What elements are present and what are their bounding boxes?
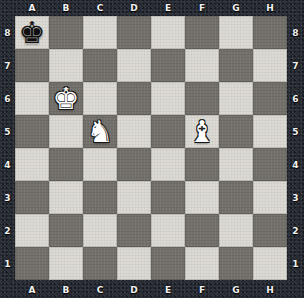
square-b2[interactable]: [49, 214, 83, 247]
square-h4[interactable]: [253, 148, 287, 181]
rank-labels-left: 87654321: [0, 16, 15, 280]
square-a4[interactable]: [15, 148, 49, 181]
square-h3[interactable]: [253, 181, 287, 214]
file-label: E: [151, 281, 185, 298]
rank-label: 1: [0, 247, 15, 280]
square-d5[interactable]: [117, 115, 151, 148]
rank-label: 3: [287, 181, 304, 214]
rank-label: 6: [287, 82, 304, 115]
square-e4[interactable]: [151, 148, 185, 181]
square-c8[interactable]: [83, 16, 117, 49]
square-d8[interactable]: [117, 16, 151, 49]
file-label: E: [151, 0, 185, 16]
file-label: B: [49, 0, 83, 16]
rank-label: 5: [0, 115, 15, 148]
square-a2[interactable]: [15, 214, 49, 247]
square-a3[interactable]: [15, 181, 49, 214]
square-c6[interactable]: [83, 82, 117, 115]
square-b4[interactable]: [49, 148, 83, 181]
square-e8[interactable]: [151, 16, 185, 49]
square-a5[interactable]: [15, 115, 49, 148]
file-label: G: [219, 281, 253, 298]
file-label: B: [49, 281, 83, 298]
square-b5[interactable]: [49, 115, 83, 148]
square-d6[interactable]: [117, 82, 151, 115]
file-label: F: [185, 281, 219, 298]
square-f4[interactable]: [185, 148, 219, 181]
square-f6[interactable]: [185, 82, 219, 115]
square-h7[interactable]: [253, 49, 287, 82]
square-a8[interactable]: ♚: [15, 16, 49, 49]
square-c3[interactable]: [83, 181, 117, 214]
square-a7[interactable]: [15, 49, 49, 82]
rank-label: 2: [0, 214, 15, 247]
rank-label: 1: [287, 247, 304, 280]
square-g7[interactable]: [219, 49, 253, 82]
square-c1[interactable]: [83, 247, 117, 280]
square-b6[interactable]: ♚: [49, 82, 83, 115]
square-f8[interactable]: [185, 16, 219, 49]
file-label: H: [253, 281, 287, 298]
square-e5[interactable]: [151, 115, 185, 148]
square-g1[interactable]: [219, 247, 253, 280]
chess-board: ♚♚♞♝: [15, 16, 287, 280]
square-g5[interactable]: [219, 115, 253, 148]
square-g4[interactable]: [219, 148, 253, 181]
file-label: A: [15, 281, 49, 298]
square-c7[interactable]: [83, 49, 117, 82]
square-e7[interactable]: [151, 49, 185, 82]
square-e3[interactable]: [151, 181, 185, 214]
white-knight[interactable]: ♞: [87, 115, 114, 148]
square-c5[interactable]: ♞: [83, 115, 117, 148]
square-b3[interactable]: [49, 181, 83, 214]
square-e2[interactable]: [151, 214, 185, 247]
square-g3[interactable]: [219, 181, 253, 214]
file-label: F: [185, 0, 219, 16]
square-c2[interactable]: [83, 214, 117, 247]
square-h5[interactable]: [253, 115, 287, 148]
chessboard-frame: ABCDEFGH ABCDEFGH 87654321 87654321 ♚♚♞♝: [0, 0, 304, 298]
square-g8[interactable]: [219, 16, 253, 49]
square-f2[interactable]: [185, 214, 219, 247]
rank-labels-right: 87654321: [287, 16, 304, 280]
file-label: C: [83, 281, 117, 298]
rank-label: 5: [287, 115, 304, 148]
white-bishop[interactable]: ♝: [189, 115, 216, 148]
rank-label: 2: [287, 214, 304, 247]
square-h1[interactable]: [253, 247, 287, 280]
file-label: G: [219, 0, 253, 16]
square-f3[interactable]: [185, 181, 219, 214]
rank-label: 7: [0, 49, 15, 82]
square-a1[interactable]: [15, 247, 49, 280]
rank-label: 7: [287, 49, 304, 82]
square-b1[interactable]: [49, 247, 83, 280]
file-label: D: [117, 0, 151, 16]
square-f5[interactable]: ♝: [185, 115, 219, 148]
square-e6[interactable]: [151, 82, 185, 115]
square-d4[interactable]: [117, 148, 151, 181]
file-labels-top: ABCDEFGH: [15, 0, 287, 16]
rank-label: 4: [0, 148, 15, 181]
square-d3[interactable]: [117, 181, 151, 214]
square-d2[interactable]: [117, 214, 151, 247]
square-g2[interactable]: [219, 214, 253, 247]
square-d7[interactable]: [117, 49, 151, 82]
file-label: D: [117, 281, 151, 298]
rank-label: 4: [287, 148, 304, 181]
rank-label: 3: [0, 181, 15, 214]
rank-label: 6: [0, 82, 15, 115]
file-label: C: [83, 0, 117, 16]
rank-label: 8: [0, 16, 15, 49]
square-h8[interactable]: [253, 16, 287, 49]
square-e1[interactable]: [151, 247, 185, 280]
square-d1[interactable]: [117, 247, 151, 280]
square-h6[interactable]: [253, 82, 287, 115]
file-labels-bottom: ABCDEFGH: [15, 281, 287, 298]
square-g6[interactable]: [219, 82, 253, 115]
square-f7[interactable]: [185, 49, 219, 82]
file-label: H: [253, 0, 287, 16]
white-king[interactable]: ♚: [53, 82, 80, 115]
square-f1[interactable]: [185, 247, 219, 280]
square-a6[interactable]: [15, 82, 49, 115]
file-label: A: [15, 0, 49, 16]
black-king[interactable]: ♚: [19, 16, 46, 49]
square-h2[interactable]: [253, 214, 287, 247]
square-b8[interactable]: [49, 16, 83, 49]
square-c4[interactable]: [83, 148, 117, 181]
rank-label: 8: [287, 16, 304, 49]
square-b7[interactable]: [49, 49, 83, 82]
